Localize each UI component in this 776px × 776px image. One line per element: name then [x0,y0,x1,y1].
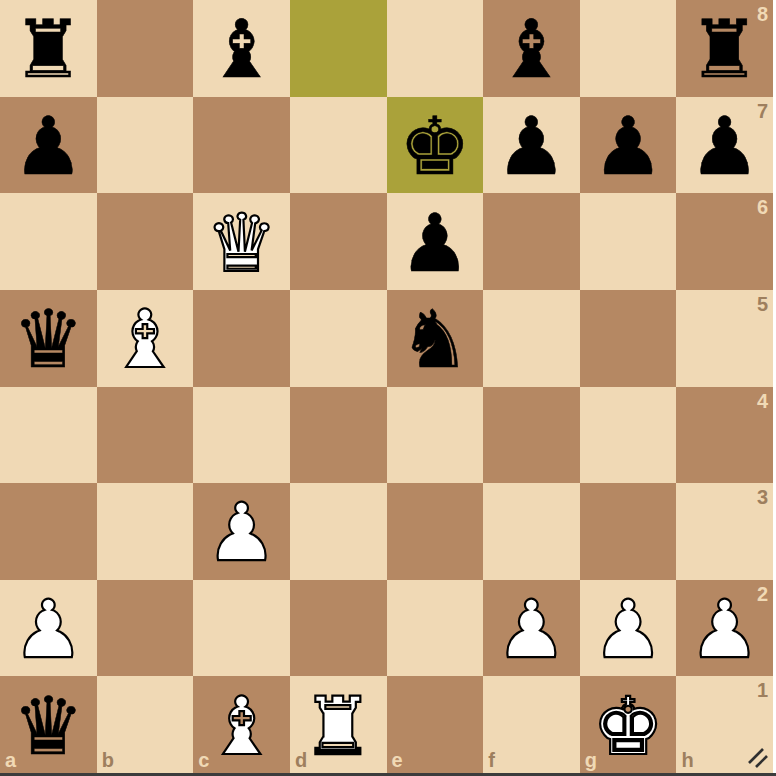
square-e6[interactable]: ♟ [387,193,484,290]
chess-app-stage: ♜♝♝♜8♟♚♟♟♟7♛♟6♛♝♞54♟3♟♟♟♟2♛ab♝c♜def♚g1h [0,0,776,776]
black-knight-piece[interactable]: ♞ [399,300,471,380]
white-bishop-piece[interactable]: ♝ [109,300,181,380]
rank-label-3: 3 [757,487,768,507]
white-king-piece[interactable]: ♚ [592,687,664,767]
square-e3[interactable] [387,483,484,580]
black-queen-piece[interactable]: ♛ [12,687,84,767]
square-c6[interactable]: ♛ [193,193,290,290]
square-f7[interactable]: ♟ [483,97,580,194]
square-g7[interactable]: ♟ [580,97,677,194]
file-label-h: h [681,750,693,770]
white-pawn-piece[interactable]: ♟ [496,590,568,670]
square-f1[interactable]: f [483,676,580,773]
square-a1[interactable]: ♛a [0,676,97,773]
square-e7[interactable]: ♚ [387,97,484,194]
square-h8[interactable]: ♜8 [676,0,773,97]
file-label-f: f [488,750,495,770]
square-e4[interactable] [387,387,484,484]
square-b5[interactable]: ♝ [97,290,194,387]
white-rook-piece[interactable]: ♜ [302,687,374,767]
square-b2[interactable] [97,580,194,677]
file-label-e: e [392,750,403,770]
black-king-piece[interactable]: ♚ [399,107,471,187]
black-pawn-piece[interactable]: ♟ [496,107,568,187]
square-g3[interactable] [580,483,677,580]
black-pawn-piece[interactable]: ♟ [399,204,471,284]
square-h7[interactable]: ♟7 [676,97,773,194]
square-h3[interactable]: 3 [676,483,773,580]
black-rook-piece[interactable]: ♜ [689,10,761,90]
square-f2[interactable]: ♟ [483,580,580,677]
file-label-b: b [102,750,114,770]
square-b8[interactable] [97,0,194,97]
square-b4[interactable] [97,387,194,484]
square-a8[interactable]: ♜ [0,0,97,97]
square-g2[interactable]: ♟ [580,580,677,677]
white-pawn-piece[interactable]: ♟ [592,590,664,670]
square-b6[interactable] [97,193,194,290]
square-g1[interactable]: ♚g [580,676,677,773]
square-e8[interactable] [387,0,484,97]
square-a7[interactable]: ♟ [0,97,97,194]
black-pawn-piece[interactable]: ♟ [689,107,761,187]
square-b1[interactable]: b [97,676,194,773]
square-d4[interactable] [290,387,387,484]
square-d8[interactable] [290,0,387,97]
square-g6[interactable] [580,193,677,290]
square-a3[interactable] [0,483,97,580]
square-d6[interactable] [290,193,387,290]
square-b7[interactable] [97,97,194,194]
square-c8[interactable]: ♝ [193,0,290,97]
rank-label-6: 6 [757,197,768,217]
square-e1[interactable]: e [387,676,484,773]
black-pawn-piece[interactable]: ♟ [592,107,664,187]
square-f8[interactable]: ♝ [483,0,580,97]
black-bishop-piece[interactable]: ♝ [496,10,568,90]
square-a2[interactable]: ♟ [0,580,97,677]
square-d2[interactable] [290,580,387,677]
square-e5[interactable]: ♞ [387,290,484,387]
square-h2[interactable]: ♟2 [676,580,773,677]
square-a4[interactable] [0,387,97,484]
square-c5[interactable] [193,290,290,387]
square-g8[interactable] [580,0,677,97]
square-c3[interactable]: ♟ [193,483,290,580]
square-g5[interactable] [580,290,677,387]
square-c7[interactable] [193,97,290,194]
square-c4[interactable] [193,387,290,484]
rank-label-4: 4 [757,391,768,411]
square-a6[interactable] [0,193,97,290]
square-d5[interactable] [290,290,387,387]
square-h6[interactable]: 6 [676,193,773,290]
white-pawn-piece[interactable]: ♟ [689,590,761,670]
square-f5[interactable] [483,290,580,387]
square-d1[interactable]: ♜d [290,676,387,773]
square-c2[interactable] [193,580,290,677]
square-e2[interactable] [387,580,484,677]
black-queen-piece[interactable]: ♛ [12,300,84,380]
square-b3[interactable] [97,483,194,580]
square-g4[interactable] [580,387,677,484]
white-bishop-piece[interactable]: ♝ [206,687,278,767]
square-f3[interactable] [483,483,580,580]
board-resize-handle[interactable] [746,746,770,770]
square-f4[interactable] [483,387,580,484]
square-a5[interactable]: ♛ [0,290,97,387]
square-h4[interactable]: 4 [676,387,773,484]
square-h5[interactable]: 5 [676,290,773,387]
chess-board: ♜♝♝♜8♟♚♟♟♟7♛♟6♛♝♞54♟3♟♟♟♟2♛ab♝c♜def♚g1h [0,0,773,773]
resize-grip-icon [746,746,770,770]
black-rook-piece[interactable]: ♜ [12,10,84,90]
square-d7[interactable] [290,97,387,194]
white-queen-piece[interactable]: ♛ [206,204,278,284]
white-pawn-piece[interactable]: ♟ [12,590,84,670]
square-d3[interactable] [290,483,387,580]
black-pawn-piece[interactable]: ♟ [12,107,84,187]
white-pawn-piece[interactable]: ♟ [206,493,278,573]
square-f6[interactable] [483,193,580,290]
square-c1[interactable]: ♝c [193,676,290,773]
rank-label-1: 1 [757,680,768,700]
rank-label-5: 5 [757,294,768,314]
black-bishop-piece[interactable]: ♝ [206,10,278,90]
